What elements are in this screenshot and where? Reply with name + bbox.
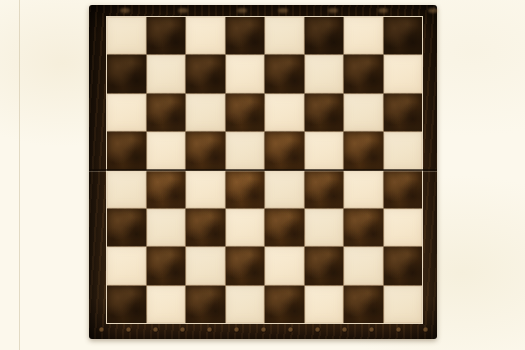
- frame-mark: [378, 8, 388, 13]
- frame-stud: [207, 327, 213, 333]
- square-h1[interactable]: [384, 286, 423, 323]
- square-f4[interactable]: [305, 171, 344, 208]
- square-h5[interactable]: [384, 132, 423, 169]
- square-g4[interactable]: [344, 171, 383, 208]
- square-d5[interactable]: [226, 132, 265, 169]
- square-f8[interactable]: [305, 17, 344, 54]
- frame-stud: [234, 327, 240, 333]
- frame-stud: [342, 327, 348, 333]
- square-a7[interactable]: [107, 55, 146, 92]
- square-a4[interactable]: [107, 171, 146, 208]
- square-a6[interactable]: [107, 94, 146, 131]
- square-d2[interactable]: [226, 247, 265, 284]
- square-e5[interactable]: [265, 132, 304, 169]
- frame-mark: [278, 8, 288, 13]
- square-c2[interactable]: [186, 247, 225, 284]
- square-b1[interactable]: [147, 286, 186, 323]
- square-e6[interactable]: [265, 94, 304, 131]
- square-a3[interactable]: [107, 209, 146, 246]
- square-f6[interactable]: [305, 94, 344, 131]
- square-b2[interactable]: [147, 247, 186, 284]
- fold-seam-highlight: [89, 171, 437, 172]
- square-h3[interactable]: [384, 209, 423, 246]
- square-e1[interactable]: [265, 286, 304, 323]
- square-a8[interactable]: [107, 17, 146, 54]
- square-f7[interactable]: [305, 55, 344, 92]
- frame-mark: [428, 8, 438, 13]
- square-g2[interactable]: [344, 247, 383, 284]
- square-c5[interactable]: [186, 132, 225, 169]
- square-f2[interactable]: [305, 247, 344, 284]
- frame-stud: [288, 327, 294, 333]
- square-g8[interactable]: [344, 17, 383, 54]
- square-d6[interactable]: [226, 94, 265, 131]
- square-c3[interactable]: [186, 209, 225, 246]
- square-b3[interactable]: [147, 209, 186, 246]
- square-d8[interactable]: [226, 17, 265, 54]
- square-f1[interactable]: [305, 286, 344, 323]
- square-f5[interactable]: [305, 132, 344, 169]
- frame-stud: [423, 327, 429, 333]
- square-g6[interactable]: [344, 94, 383, 131]
- frame-stud: [180, 327, 186, 333]
- square-b6[interactable]: [147, 94, 186, 131]
- square-a1[interactable]: [107, 286, 146, 323]
- square-b7[interactable]: [147, 55, 186, 92]
- square-d3[interactable]: [226, 209, 265, 246]
- square-g1[interactable]: [344, 286, 383, 323]
- frame-stud: [315, 327, 321, 333]
- frame-stud: [369, 327, 375, 333]
- square-e4[interactable]: [265, 171, 304, 208]
- square-h6[interactable]: [384, 94, 423, 131]
- square-a5[interactable]: [107, 132, 146, 169]
- square-e2[interactable]: [265, 247, 304, 284]
- background-tile-seam: [19, 0, 20, 350]
- square-b4[interactable]: [147, 171, 186, 208]
- square-e8[interactable]: [265, 17, 304, 54]
- frame-stud: [396, 327, 402, 333]
- frame-stud: [99, 327, 105, 333]
- square-b5[interactable]: [147, 132, 186, 169]
- frame-mark: [178, 8, 188, 13]
- chessboard: [89, 5, 437, 339]
- frame-mark: [120, 8, 130, 13]
- photo-background: [0, 0, 525, 350]
- square-b8[interactable]: [147, 17, 186, 54]
- square-g7[interactable]: [344, 55, 383, 92]
- frame-mark: [328, 8, 338, 13]
- square-h7[interactable]: [384, 55, 423, 92]
- square-f3[interactable]: [305, 209, 344, 246]
- frame-mark: [237, 8, 247, 13]
- frame-stud: [153, 327, 159, 333]
- square-e3[interactable]: [265, 209, 304, 246]
- square-c6[interactable]: [186, 94, 225, 131]
- square-c7[interactable]: [186, 55, 225, 92]
- square-c1[interactable]: [186, 286, 225, 323]
- square-c8[interactable]: [186, 17, 225, 54]
- frame-stud: [261, 327, 267, 333]
- square-h4[interactable]: [384, 171, 423, 208]
- square-g3[interactable]: [344, 209, 383, 246]
- square-c4[interactable]: [186, 171, 225, 208]
- square-h2[interactable]: [384, 247, 423, 284]
- square-d4[interactable]: [226, 171, 265, 208]
- square-d7[interactable]: [226, 55, 265, 92]
- square-d1[interactable]: [226, 286, 265, 323]
- frame-stud: [126, 327, 132, 333]
- square-h8[interactable]: [384, 17, 423, 54]
- square-g5[interactable]: [344, 132, 383, 169]
- square-e7[interactable]: [265, 55, 304, 92]
- square-a2[interactable]: [107, 247, 146, 284]
